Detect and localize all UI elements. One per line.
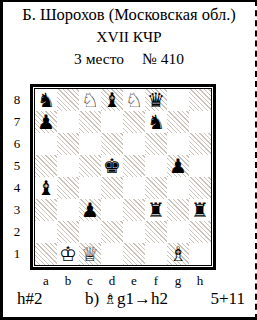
black-pawn-a7: ♟	[35, 111, 57, 133]
award-place: 3 место	[74, 50, 124, 67]
stipulation: h#2	[17, 289, 43, 309]
square-d7	[101, 111, 123, 133]
square-e7	[123, 111, 145, 133]
rank-labels: 87654321	[9, 89, 25, 265]
square-e8: ♘	[123, 89, 145, 111]
square-a2	[35, 221, 57, 243]
square-f7: ♞	[145, 111, 167, 133]
board: ♞♘♝♘♛♟♞♚♟♝♟♜♜♔♕♗	[35, 89, 211, 265]
white-bishop-g1: ♗	[167, 243, 189, 265]
square-b1: ♔	[57, 243, 79, 265]
square-c7	[79, 111, 101, 133]
white-knight-e8: ♘	[123, 89, 145, 111]
square-c3: ♟	[79, 199, 101, 221]
file-label-f: f	[145, 273, 167, 289]
file-label-g: g	[167, 273, 189, 289]
square-d4	[101, 177, 123, 199]
square-a4: ♝	[35, 177, 57, 199]
square-b4	[57, 177, 79, 199]
square-b7	[57, 111, 79, 133]
square-g8	[167, 89, 189, 111]
square-b8	[57, 89, 79, 111]
square-e2	[123, 221, 145, 243]
white-knight-c8: ♘	[79, 89, 101, 111]
square-h7	[189, 111, 211, 133]
material-count: 5+11	[211, 289, 245, 309]
square-a1	[35, 243, 57, 265]
caption: h#2 b) ♗g1→h2 5+11	[17, 289, 245, 309]
file-label-d: d	[101, 273, 123, 289]
rank-label-2: 2	[9, 221, 25, 243]
file-labels: abcdefgh	[35, 273, 211, 289]
white-queen-c1: ♕	[79, 243, 101, 265]
square-h6	[189, 133, 211, 155]
square-e5	[123, 155, 145, 177]
square-c1: ♕	[79, 243, 101, 265]
square-c6	[79, 133, 101, 155]
black-pawn-c3: ♟	[79, 199, 101, 221]
author-line: Б. Шорохов (Московская обл.)	[3, 5, 255, 25]
square-e1	[123, 243, 145, 265]
square-a6	[35, 133, 57, 155]
rank-label-5: 5	[9, 155, 25, 177]
square-d8: ♝	[101, 89, 123, 111]
square-c4	[79, 177, 101, 199]
square-c2	[79, 221, 101, 243]
black-knight-f7: ♞	[145, 111, 167, 133]
square-g7	[167, 111, 189, 133]
rank-label-8: 8	[9, 89, 25, 111]
square-g4	[167, 177, 189, 199]
square-e3	[123, 199, 145, 221]
square-h2	[189, 221, 211, 243]
white-king-b1: ♔	[57, 243, 79, 265]
square-b2	[57, 221, 79, 243]
square-f1	[145, 243, 167, 265]
file-label-h: h	[189, 273, 211, 289]
square-e4	[123, 177, 145, 199]
square-f2	[145, 221, 167, 243]
board-frame: ♞♘♝♘♛♟♞♚♟♝♟♜♜♔♕♗	[30, 84, 216, 270]
square-c8: ♘	[79, 89, 101, 111]
square-d2	[101, 221, 123, 243]
black-king-d5: ♚	[101, 155, 123, 177]
square-g1: ♗	[167, 243, 189, 265]
square-f5	[145, 155, 167, 177]
award-line: 3 место№ 410	[3, 50, 255, 68]
square-h1	[189, 243, 211, 265]
square-f8: ♛	[145, 89, 167, 111]
square-g5: ♟	[167, 155, 189, 177]
square-h5	[189, 155, 211, 177]
black-rook-f3: ♜	[145, 199, 167, 221]
rank-label-3: 3	[9, 199, 25, 221]
square-b5	[57, 155, 79, 177]
square-a8: ♞	[35, 89, 57, 111]
file-label-c: c	[79, 273, 101, 289]
twin-bishop-icon: ♗	[104, 290, 117, 308]
square-b6	[57, 133, 79, 155]
square-d3	[101, 199, 123, 221]
square-b3	[57, 199, 79, 221]
square-h8	[189, 89, 211, 111]
rank-label-7: 7	[9, 111, 25, 133]
square-a3	[35, 199, 57, 221]
square-h4	[189, 177, 211, 199]
black-pawn-g5: ♟	[167, 155, 189, 177]
square-d6	[101, 133, 123, 155]
tourney-line: XVII КЧР	[3, 28, 255, 46]
square-f3: ♜	[145, 199, 167, 221]
square-g3	[167, 199, 189, 221]
black-knight-a8: ♞	[35, 89, 57, 111]
file-label-b: b	[57, 273, 79, 289]
twin-condition: b) ♗g1→h2	[85, 289, 168, 309]
black-queen-f8: ♛	[145, 89, 167, 111]
rank-label-6: 6	[9, 133, 25, 155]
square-h3: ♜	[189, 199, 211, 221]
black-bishop-a4: ♝	[35, 177, 57, 199]
square-f4	[145, 177, 167, 199]
square-f6	[145, 133, 167, 155]
square-d5: ♚	[101, 155, 123, 177]
square-e6	[123, 133, 145, 155]
black-bishop-d8: ♝	[101, 89, 123, 111]
square-g6	[167, 133, 189, 155]
square-g2	[167, 221, 189, 243]
problem-number: № 410	[142, 50, 184, 67]
problem-card: Б. Шорохов (Московская обл.) XVII КЧР 3 …	[0, 0, 257, 320]
square-c5	[79, 155, 101, 177]
square-a7: ♟	[35, 111, 57, 133]
file-label-e: e	[123, 273, 145, 289]
rank-label-1: 1	[9, 243, 25, 265]
rank-label-4: 4	[9, 177, 25, 199]
square-d1	[101, 243, 123, 265]
square-a5	[35, 155, 57, 177]
file-label-a: a	[35, 273, 57, 289]
black-rook-h3: ♜	[189, 199, 211, 221]
